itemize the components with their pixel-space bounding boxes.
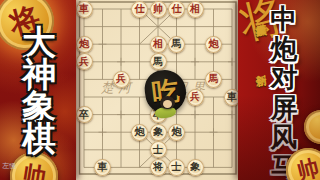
piece-象-black: 象 <box>187 159 204 176</box>
video-title-char: 中 <box>268 4 300 34</box>
piece-象-black: 象 <box>150 124 167 141</box>
piece-兵-red: 兵 <box>113 71 130 88</box>
video-title-char: 炮 <box>268 34 300 64</box>
piece-炮-black: 炮 <box>168 124 185 141</box>
mascot-face <box>163 100 172 108</box>
piece-車-red: 車 <box>76 1 93 18</box>
thumbnail: 楚河 汉界 車仕帅仕相炮相馬炮兵馬兵馬兵車卒卒炮象炮士車将士象 吃 将 大 神 … <box>0 0 320 180</box>
left-panel: 将 大 神 象 棋 帅 左慢 <box>0 0 76 180</box>
mascot <box>154 96 180 122</box>
piece-士-black: 士 <box>168 159 185 176</box>
piece-馬-black: 馬 <box>150 53 167 70</box>
piece-馬-black: 馬 <box>168 36 185 53</box>
piece-卒-black: 卒 <box>76 106 93 123</box>
piece-炮-red: 炮 <box>205 36 222 53</box>
piece-馬-red: 馬 <box>205 71 222 88</box>
piece-炮-black: 炮 <box>131 124 148 141</box>
piece-兵-red: 兵 <box>187 89 204 106</box>
piece-仕-red: 仕 <box>131 1 148 18</box>
piece-帅-red: 帅 <box>150 1 167 18</box>
piece-仕-red: 仕 <box>168 1 185 18</box>
piece-車-black: 車 <box>94 159 111 176</box>
piece-炮-red: 炮 <box>76 36 93 53</box>
channel-title: 大 神 象 棋 <box>20 26 58 154</box>
channel-title-char: 棋 <box>20 122 58 154</box>
piece-兵-red: 兵 <box>76 53 93 70</box>
corner-watermark: 左慢 <box>2 161 16 171</box>
piece-士-black: 士 <box>150 141 167 158</box>
piece-相-red: 相 <box>187 1 204 18</box>
video-title-char: 对 <box>268 63 300 93</box>
piece-相-red: 相 <box>150 36 167 53</box>
piece-将-black: 将 <box>150 159 167 176</box>
right-panel: 将 象棋大师 创新 中 炮 对 屏 风 马 帅 <box>238 0 320 180</box>
subtitle-innovation: 创新 <box>250 65 265 67</box>
